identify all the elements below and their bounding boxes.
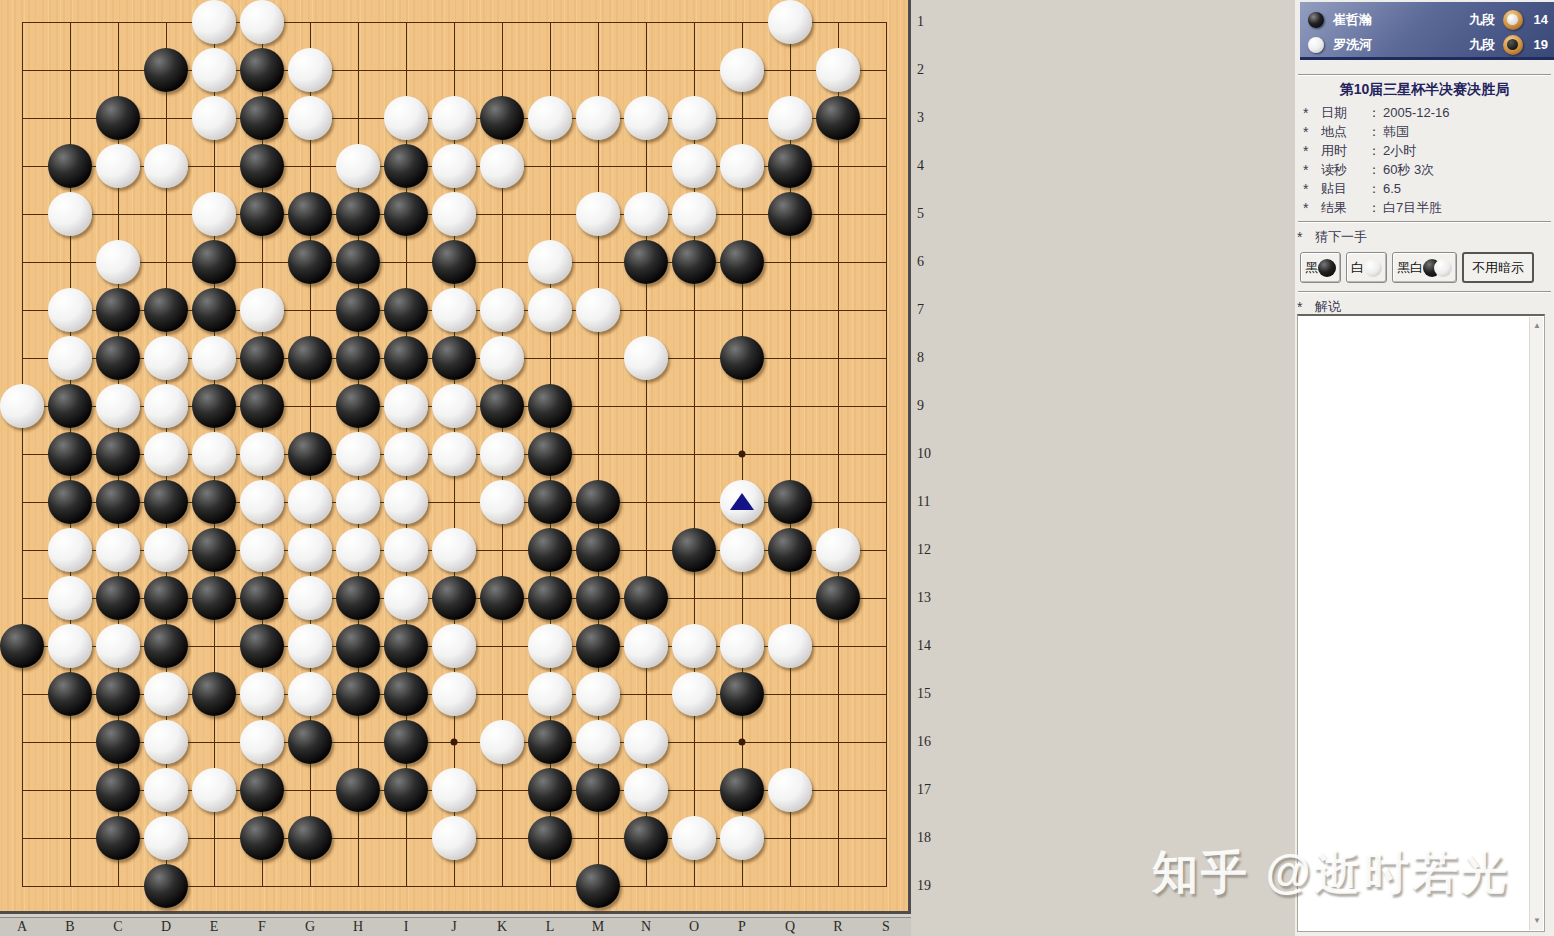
intersection[interactable] xyxy=(0,46,46,94)
intersection[interactable] xyxy=(622,766,670,814)
intersection[interactable] xyxy=(526,526,574,574)
intersection[interactable] xyxy=(238,526,286,574)
intersection[interactable] xyxy=(0,142,46,190)
intersection[interactable] xyxy=(0,574,46,622)
intersection[interactable] xyxy=(526,0,574,46)
intersection[interactable] xyxy=(142,46,190,94)
intersection[interactable] xyxy=(862,766,910,814)
intersection[interactable] xyxy=(238,238,286,286)
intersection[interactable] xyxy=(670,862,718,910)
guess-button-white[interactable]: 白 xyxy=(1346,252,1387,283)
intersection[interactable] xyxy=(766,0,814,46)
intersection[interactable] xyxy=(286,574,334,622)
intersection[interactable] xyxy=(766,718,814,766)
intersection[interactable] xyxy=(478,0,526,46)
intersection[interactable] xyxy=(718,94,766,142)
intersection[interactable] xyxy=(46,334,94,382)
intersection[interactable] xyxy=(190,766,238,814)
intersection[interactable] xyxy=(46,766,94,814)
intersection[interactable] xyxy=(478,46,526,94)
intersection[interactable] xyxy=(94,94,142,142)
intersection[interactable] xyxy=(334,526,382,574)
intersection[interactable] xyxy=(766,430,814,478)
intersection[interactable] xyxy=(766,814,814,862)
intersection[interactable] xyxy=(190,622,238,670)
intersection[interactable] xyxy=(574,430,622,478)
intersection[interactable] xyxy=(670,478,718,526)
intersection[interactable] xyxy=(334,382,382,430)
intersection[interactable] xyxy=(622,142,670,190)
intersection[interactable] xyxy=(430,46,478,94)
intersection[interactable] xyxy=(526,94,574,142)
intersection[interactable] xyxy=(622,526,670,574)
intersection[interactable] xyxy=(622,862,670,910)
intersection[interactable] xyxy=(430,286,478,334)
intersection[interactable] xyxy=(814,766,862,814)
intersection[interactable] xyxy=(190,814,238,862)
intersection[interactable] xyxy=(286,334,334,382)
intersection[interactable] xyxy=(190,334,238,382)
intersection[interactable] xyxy=(94,286,142,334)
intersection[interactable] xyxy=(382,142,430,190)
intersection[interactable] xyxy=(526,718,574,766)
intersection[interactable] xyxy=(430,574,478,622)
intersection[interactable] xyxy=(814,0,862,46)
intersection[interactable] xyxy=(334,622,382,670)
intersection[interactable] xyxy=(190,286,238,334)
intersection[interactable] xyxy=(622,334,670,382)
intersection[interactable] xyxy=(46,526,94,574)
commentary-box[interactable]: ▲ ▼ xyxy=(1297,314,1545,932)
intersection[interactable] xyxy=(574,478,622,526)
intersection[interactable] xyxy=(670,334,718,382)
intersection[interactable] xyxy=(286,94,334,142)
intersection[interactable] xyxy=(238,670,286,718)
intersection[interactable] xyxy=(0,526,46,574)
intersection[interactable] xyxy=(46,382,94,430)
intersection[interactable] xyxy=(814,382,862,430)
intersection[interactable] xyxy=(574,622,622,670)
guess-button-black-white[interactable]: 黑白 xyxy=(1392,252,1457,283)
intersection[interactable] xyxy=(382,430,430,478)
intersection[interactable] xyxy=(718,382,766,430)
intersection[interactable] xyxy=(622,574,670,622)
intersection[interactable] xyxy=(670,670,718,718)
intersection[interactable] xyxy=(670,94,718,142)
intersection[interactable] xyxy=(670,0,718,46)
intersection[interactable] xyxy=(478,718,526,766)
intersection[interactable] xyxy=(766,334,814,382)
intersection[interactable] xyxy=(94,526,142,574)
intersection[interactable] xyxy=(382,382,430,430)
intersection[interactable] xyxy=(0,478,46,526)
intersection[interactable] xyxy=(814,286,862,334)
intersection[interactable] xyxy=(46,46,94,94)
intersection[interactable] xyxy=(526,670,574,718)
intersection[interactable] xyxy=(286,766,334,814)
intersection[interactable] xyxy=(766,94,814,142)
intersection[interactable] xyxy=(430,334,478,382)
intersection[interactable] xyxy=(190,670,238,718)
intersection[interactable] xyxy=(382,622,430,670)
intersection[interactable] xyxy=(334,862,382,910)
intersection[interactable] xyxy=(46,286,94,334)
intersection[interactable] xyxy=(286,718,334,766)
intersection[interactable] xyxy=(814,574,862,622)
intersection[interactable] xyxy=(862,382,910,430)
intersection[interactable] xyxy=(0,238,46,286)
intersection[interactable] xyxy=(718,766,766,814)
intersection[interactable] xyxy=(670,718,718,766)
intersection[interactable] xyxy=(478,862,526,910)
intersection[interactable] xyxy=(286,46,334,94)
intersection[interactable] xyxy=(862,622,910,670)
intersection[interactable] xyxy=(622,622,670,670)
intersection[interactable] xyxy=(94,238,142,286)
intersection[interactable] xyxy=(94,382,142,430)
intersection[interactable] xyxy=(94,622,142,670)
intersection[interactable] xyxy=(382,46,430,94)
intersection[interactable] xyxy=(334,190,382,238)
intersection[interactable] xyxy=(94,190,142,238)
intersection[interactable] xyxy=(238,622,286,670)
intersection[interactable] xyxy=(862,0,910,46)
intersection[interactable] xyxy=(814,478,862,526)
intersection[interactable] xyxy=(574,0,622,46)
intersection[interactable] xyxy=(286,670,334,718)
intersection[interactable] xyxy=(430,814,478,862)
intersection[interactable] xyxy=(862,46,910,94)
intersection[interactable] xyxy=(286,526,334,574)
intersection[interactable] xyxy=(430,718,478,766)
intersection[interactable] xyxy=(190,718,238,766)
intersection[interactable] xyxy=(46,94,94,142)
intersection[interactable] xyxy=(430,622,478,670)
intersection[interactable] xyxy=(574,670,622,718)
intersection[interactable] xyxy=(814,670,862,718)
intersection[interactable] xyxy=(670,430,718,478)
intersection[interactable] xyxy=(574,526,622,574)
intersection[interactable] xyxy=(766,670,814,718)
intersection[interactable] xyxy=(670,238,718,286)
intersection[interactable] xyxy=(622,0,670,46)
intersection[interactable] xyxy=(46,814,94,862)
intersection[interactable] xyxy=(526,574,574,622)
intersection[interactable] xyxy=(142,190,190,238)
intersection[interactable] xyxy=(862,814,910,862)
intersection[interactable] xyxy=(766,142,814,190)
intersection[interactable] xyxy=(238,190,286,238)
intersection[interactable] xyxy=(238,334,286,382)
intersection[interactable] xyxy=(478,814,526,862)
guess-button-black[interactable]: 黑 xyxy=(1300,252,1341,283)
intersection[interactable] xyxy=(766,574,814,622)
intersection[interactable] xyxy=(334,94,382,142)
intersection[interactable] xyxy=(766,766,814,814)
intersection[interactable] xyxy=(46,478,94,526)
intersection[interactable] xyxy=(766,862,814,910)
intersection[interactable] xyxy=(718,862,766,910)
intersection[interactable] xyxy=(190,382,238,430)
intersection[interactable] xyxy=(286,238,334,286)
intersection[interactable] xyxy=(478,622,526,670)
intersection[interactable] xyxy=(574,334,622,382)
intersection[interactable] xyxy=(334,766,382,814)
intersection[interactable] xyxy=(94,862,142,910)
intersection[interactable] xyxy=(718,814,766,862)
intersection[interactable] xyxy=(526,430,574,478)
intersection[interactable] xyxy=(46,670,94,718)
intersection[interactable] xyxy=(46,862,94,910)
intersection[interactable] xyxy=(190,430,238,478)
intersection[interactable] xyxy=(814,718,862,766)
intersection[interactable] xyxy=(142,862,190,910)
intersection[interactable] xyxy=(286,382,334,430)
intersection[interactable] xyxy=(94,478,142,526)
intersection[interactable] xyxy=(622,286,670,334)
intersection[interactable] xyxy=(142,670,190,718)
intersection[interactable] xyxy=(190,478,238,526)
intersection[interactable] xyxy=(814,94,862,142)
intersection[interactable] xyxy=(430,238,478,286)
intersection[interactable] xyxy=(238,574,286,622)
intersection[interactable] xyxy=(190,46,238,94)
intersection[interactable] xyxy=(94,766,142,814)
intersection[interactable] xyxy=(238,94,286,142)
intersection[interactable] xyxy=(286,430,334,478)
intersection[interactable] xyxy=(430,862,478,910)
intersection[interactable] xyxy=(286,622,334,670)
intersection[interactable] xyxy=(862,526,910,574)
intersection[interactable] xyxy=(766,238,814,286)
intersection[interactable] xyxy=(814,814,862,862)
intersection[interactable] xyxy=(382,0,430,46)
intersection[interactable] xyxy=(574,718,622,766)
intersection[interactable] xyxy=(862,478,910,526)
intersection[interactable] xyxy=(574,238,622,286)
intersection[interactable] xyxy=(0,382,46,430)
intersection[interactable] xyxy=(142,574,190,622)
intersection[interactable] xyxy=(142,382,190,430)
intersection[interactable] xyxy=(286,814,334,862)
intersection[interactable] xyxy=(430,430,478,478)
intersection[interactable] xyxy=(670,382,718,430)
intersection[interactable] xyxy=(814,334,862,382)
intersection[interactable] xyxy=(478,334,526,382)
intersection[interactable] xyxy=(862,142,910,190)
intersection[interactable] xyxy=(622,94,670,142)
intersection[interactable] xyxy=(478,478,526,526)
intersection[interactable] xyxy=(814,238,862,286)
intersection[interactable] xyxy=(766,478,814,526)
intersection[interactable] xyxy=(622,478,670,526)
intersection[interactable] xyxy=(46,190,94,238)
intersection[interactable] xyxy=(862,286,910,334)
intersection[interactable] xyxy=(334,814,382,862)
intersection[interactable] xyxy=(766,190,814,238)
intersection[interactable] xyxy=(526,478,574,526)
intersection[interactable] xyxy=(382,190,430,238)
intersection[interactable] xyxy=(526,862,574,910)
intersection[interactable] xyxy=(814,430,862,478)
intersection[interactable] xyxy=(0,430,46,478)
intersection[interactable] xyxy=(766,382,814,430)
intersection[interactable] xyxy=(526,766,574,814)
intersection[interactable] xyxy=(478,94,526,142)
intersection[interactable] xyxy=(94,0,142,46)
intersection[interactable] xyxy=(238,766,286,814)
intersection[interactable] xyxy=(718,430,766,478)
intersection[interactable] xyxy=(430,190,478,238)
intersection[interactable] xyxy=(94,574,142,622)
intersection[interactable] xyxy=(814,142,862,190)
intersection[interactable] xyxy=(574,190,622,238)
intersection[interactable] xyxy=(526,622,574,670)
intersection[interactable] xyxy=(334,142,382,190)
intersection[interactable] xyxy=(718,190,766,238)
intersection[interactable] xyxy=(430,94,478,142)
intersection[interactable] xyxy=(46,718,94,766)
intersection[interactable] xyxy=(238,718,286,766)
intersection[interactable] xyxy=(142,430,190,478)
intersection[interactable] xyxy=(382,526,430,574)
intersection[interactable] xyxy=(334,0,382,46)
intersection[interactable] xyxy=(142,286,190,334)
intersection[interactable] xyxy=(238,0,286,46)
intersection[interactable] xyxy=(334,46,382,94)
intersection[interactable] xyxy=(670,766,718,814)
intersection[interactable] xyxy=(478,766,526,814)
intersection[interactable] xyxy=(46,430,94,478)
intersection[interactable] xyxy=(718,718,766,766)
intersection[interactable] xyxy=(526,190,574,238)
intersection[interactable] xyxy=(718,46,766,94)
intersection[interactable] xyxy=(238,46,286,94)
intersection[interactable] xyxy=(382,862,430,910)
intersection[interactable] xyxy=(382,718,430,766)
intersection[interactable] xyxy=(190,238,238,286)
intersection[interactable] xyxy=(574,814,622,862)
intersection[interactable] xyxy=(190,862,238,910)
intersection[interactable] xyxy=(814,526,862,574)
intersection[interactable] xyxy=(862,238,910,286)
intersection[interactable] xyxy=(814,46,862,94)
scroll-up-icon[interactable]: ▲ xyxy=(1530,319,1544,333)
intersection[interactable] xyxy=(382,766,430,814)
intersection[interactable] xyxy=(238,142,286,190)
intersection[interactable] xyxy=(718,574,766,622)
intersection[interactable] xyxy=(814,622,862,670)
intersection[interactable] xyxy=(238,862,286,910)
intersection[interactable] xyxy=(814,862,862,910)
intersection[interactable] xyxy=(0,334,46,382)
intersection[interactable] xyxy=(334,670,382,718)
intersection[interactable] xyxy=(862,574,910,622)
intersection[interactable] xyxy=(94,334,142,382)
intersection[interactable] xyxy=(46,0,94,46)
intersection[interactable] xyxy=(670,574,718,622)
intersection[interactable] xyxy=(718,0,766,46)
intersection[interactable] xyxy=(0,766,46,814)
intersection[interactable] xyxy=(478,238,526,286)
intersection[interactable] xyxy=(622,718,670,766)
intersection[interactable] xyxy=(286,478,334,526)
intersection[interactable] xyxy=(766,286,814,334)
intersection[interactable] xyxy=(862,670,910,718)
intersection[interactable] xyxy=(526,142,574,190)
intersection[interactable] xyxy=(862,190,910,238)
intersection[interactable] xyxy=(94,670,142,718)
intersection[interactable] xyxy=(382,334,430,382)
intersection[interactable] xyxy=(94,430,142,478)
intersection[interactable] xyxy=(574,862,622,910)
intersection[interactable] xyxy=(334,478,382,526)
intersection[interactable] xyxy=(526,286,574,334)
intersection[interactable] xyxy=(142,814,190,862)
intersection[interactable] xyxy=(334,718,382,766)
intersection[interactable] xyxy=(382,670,430,718)
intersection[interactable] xyxy=(478,286,526,334)
intersection[interactable] xyxy=(766,526,814,574)
intersection[interactable] xyxy=(334,334,382,382)
intersection[interactable] xyxy=(862,94,910,142)
intersection[interactable] xyxy=(574,286,622,334)
intersection[interactable] xyxy=(0,94,46,142)
intersection[interactable] xyxy=(382,238,430,286)
intersection[interactable] xyxy=(238,286,286,334)
intersection[interactable] xyxy=(670,46,718,94)
intersection[interactable] xyxy=(670,286,718,334)
intersection[interactable] xyxy=(238,430,286,478)
intersection[interactable] xyxy=(0,286,46,334)
intersection[interactable] xyxy=(718,670,766,718)
intersection[interactable] xyxy=(670,526,718,574)
intersection[interactable] xyxy=(862,862,910,910)
intersection[interactable] xyxy=(334,238,382,286)
intersection[interactable] xyxy=(0,718,46,766)
intersection[interactable] xyxy=(190,94,238,142)
intersection[interactable] xyxy=(718,142,766,190)
intersection[interactable] xyxy=(670,622,718,670)
intersection[interactable] xyxy=(46,238,94,286)
intersection[interactable] xyxy=(574,142,622,190)
intersection[interactable] xyxy=(238,478,286,526)
intersection[interactable] xyxy=(478,574,526,622)
intersection[interactable] xyxy=(382,814,430,862)
intersection[interactable] xyxy=(142,334,190,382)
intersection[interactable] xyxy=(526,382,574,430)
intersection[interactable] xyxy=(526,334,574,382)
intersection[interactable] xyxy=(334,286,382,334)
intersection[interactable] xyxy=(142,718,190,766)
intersection[interactable] xyxy=(286,0,334,46)
intersection[interactable] xyxy=(46,142,94,190)
intersection[interactable] xyxy=(670,190,718,238)
intersection[interactable] xyxy=(382,478,430,526)
guess-button-no-hint[interactable]: 不用暗示 xyxy=(1462,252,1534,283)
intersection[interactable] xyxy=(718,478,766,526)
intersection[interactable] xyxy=(478,382,526,430)
intersection[interactable] xyxy=(334,574,382,622)
intersection[interactable] xyxy=(766,622,814,670)
intersection[interactable] xyxy=(478,190,526,238)
intersection[interactable] xyxy=(238,814,286,862)
intersection[interactable] xyxy=(622,46,670,94)
intersection[interactable] xyxy=(286,862,334,910)
intersection[interactable] xyxy=(286,142,334,190)
intersection[interactable] xyxy=(574,766,622,814)
intersection[interactable] xyxy=(382,286,430,334)
